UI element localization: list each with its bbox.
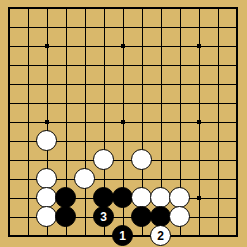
black-stone [150, 206, 171, 227]
move-number-label: 3 [100, 211, 107, 223]
go-diagram: 312 [0, 0, 247, 247]
white-stone [36, 130, 57, 151]
white-stone [36, 187, 57, 208]
move-number-label: 1 [119, 230, 126, 242]
white-stone [169, 187, 190, 208]
white-stone [36, 206, 57, 227]
black-stone [131, 206, 152, 227]
white-stone [93, 149, 114, 170]
black-stone [55, 187, 76, 208]
move-number-label: 2 [157, 230, 164, 242]
white-stone [131, 149, 152, 170]
white-stone [131, 187, 152, 208]
black-stone [93, 187, 114, 208]
black-stone-move-1: 1 [112, 225, 133, 246]
black-stone-move-3: 3 [93, 206, 114, 227]
white-stone [169, 206, 190, 227]
go-board: 312 [0, 0, 246, 245]
white-stone-move-2: 2 [150, 225, 171, 246]
white-stone [74, 168, 95, 189]
black-stone [112, 187, 133, 208]
black-stone [55, 206, 76, 227]
white-stone [150, 187, 171, 208]
white-stone [36, 168, 57, 189]
